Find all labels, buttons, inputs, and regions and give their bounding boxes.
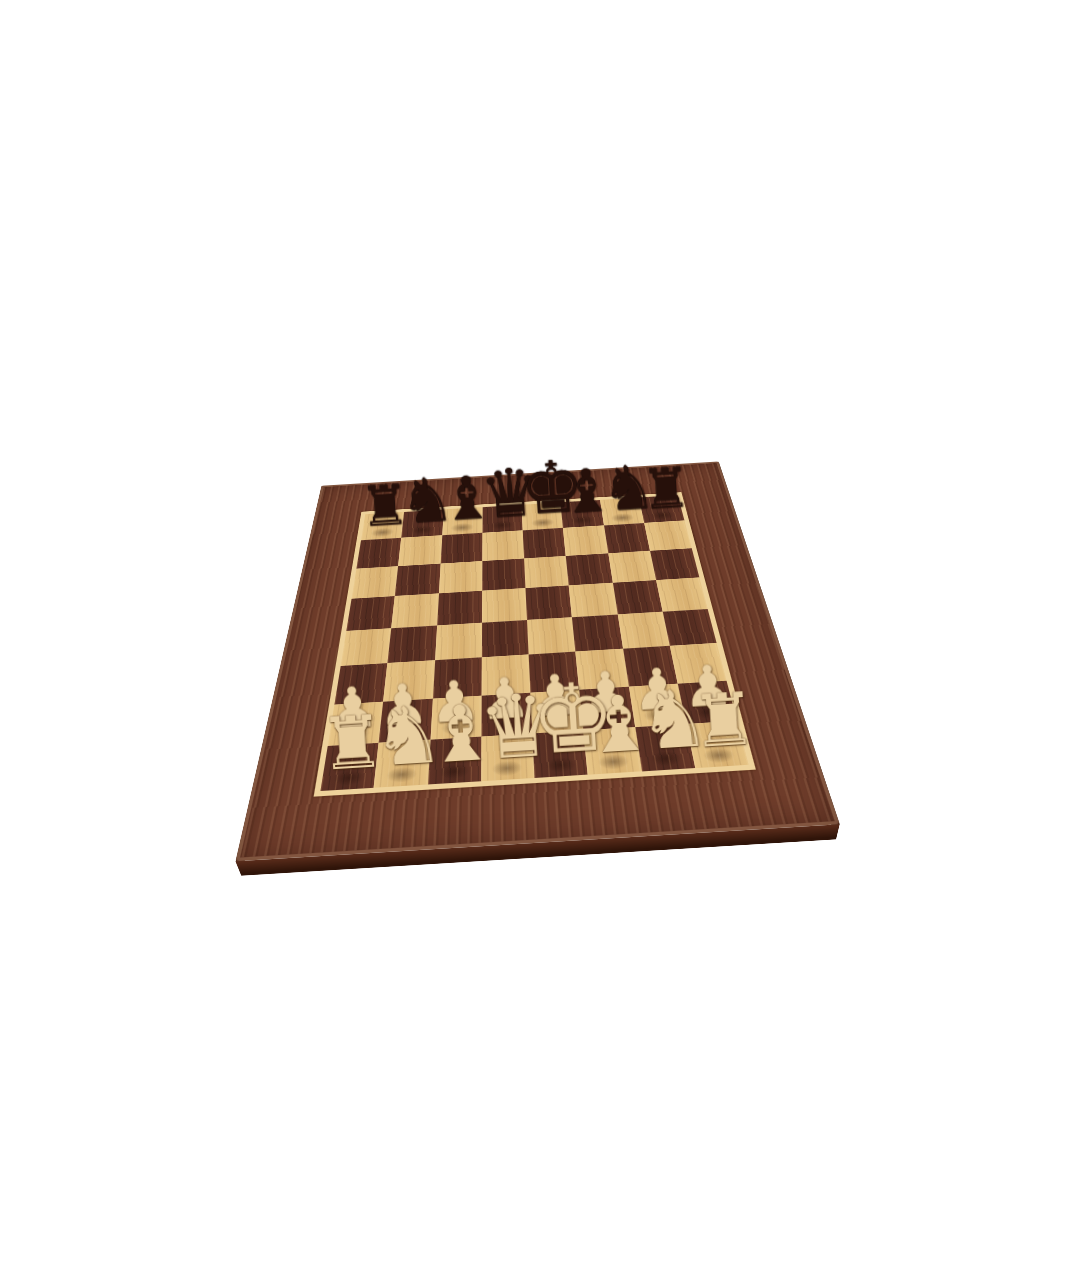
- square-f6[interactable]: [566, 553, 612, 585]
- board-inner-trim: ♜♞♝♛♚♝♞♜♟♟♟♟♟♟♟♟♜♞♝♛♚♝♞♜: [314, 492, 756, 796]
- square-b7[interactable]: [398, 535, 442, 565]
- white-queen[interactable]: ♛: [476, 682, 534, 772]
- square-g5[interactable]: [612, 580, 662, 615]
- white-rook[interactable]: ♜: [689, 683, 746, 759]
- square-g8[interactable]: ♞: [600, 498, 644, 526]
- board-right-edge: [717, 461, 839, 839]
- chess-board: ♜♞♝♛♚♝♞♜♟♟♟♟♟♟♟♟♜♞♝♛♚♝♞♜: [236, 461, 840, 861]
- white-bishop[interactable]: ♝: [582, 685, 640, 766]
- white-knight[interactable]: ♞: [635, 679, 693, 762]
- white-king[interactable]: ♚: [528, 672, 587, 769]
- black-bishop[interactable]: ♝: [439, 469, 483, 530]
- black-rook[interactable]: ♜: [640, 460, 684, 517]
- square-a8[interactable]: ♜: [361, 512, 404, 541]
- square-g7[interactable]: [604, 523, 650, 553]
- square-h1[interactable]: ♜: [686, 721, 749, 768]
- chess-photo-scene: ♜♞♝♛♚♝♞♜♟♟♟♟♟♟♟♟♜♞♝♛♚♝♞♜: [0, 0, 1085, 1280]
- square-a1[interactable]: ♜: [320, 743, 378, 791]
- black-rook[interactable]: ♜: [359, 478, 403, 535]
- square-d4[interactable]: [482, 620, 529, 658]
- square-f5[interactable]: [569, 583, 617, 618]
- square-g6[interactable]: [608, 550, 656, 582]
- square-b4[interactable]: [388, 626, 437, 664]
- square-f4[interactable]: [572, 614, 622, 651]
- square-h6[interactable]: [650, 548, 700, 580]
- board-left-edge: [236, 486, 325, 876]
- square-a7[interactable]: [356, 538, 401, 568]
- square-f1[interactable]: ♝: [584, 727, 642, 775]
- square-g4[interactable]: [617, 612, 669, 649]
- square-b8[interactable]: ♞: [401, 509, 443, 537]
- square-f8[interactable]: ♝: [561, 500, 604, 528]
- square-c1[interactable]: ♝: [427, 736, 481, 784]
- square-e4[interactable]: [527, 617, 576, 654]
- square-a5[interactable]: [346, 596, 395, 631]
- square-b6[interactable]: [395, 563, 440, 596]
- white-rook[interactable]: ♜: [318, 706, 375, 782]
- square-a6[interactable]: [352, 566, 399, 599]
- square-e7[interactable]: [523, 528, 566, 558]
- square-d1[interactable]: ♛: [481, 733, 535, 781]
- square-d6[interactable]: [482, 558, 525, 590]
- black-knight[interactable]: ♞: [398, 470, 442, 533]
- square-e1[interactable]: ♚: [532, 730, 588, 778]
- white-knight[interactable]: ♞: [370, 695, 428, 778]
- perspective-wrapper: ♜♞♝♛♚♝♞♜♟♟♟♟♟♟♟♟♜♞♝♛♚♝♞♜: [0, 0, 1085, 1280]
- board-front-edge: [236, 824, 840, 875]
- square-a4[interactable]: [341, 628, 392, 666]
- black-knight[interactable]: ♞: [599, 458, 643, 521]
- square-c5[interactable]: [437, 591, 482, 626]
- board-grid: ♜♞♝♛♚♝♞♜♟♟♟♟♟♟♟♟♜♞♝♛♚♝♞♜: [320, 495, 748, 791]
- square-c4[interactable]: [435, 623, 482, 661]
- square-c7[interactable]: [440, 533, 482, 563]
- square-b1[interactable]: ♞: [374, 739, 430, 787]
- square-e8[interactable]: ♚: [522, 502, 564, 530]
- square-c6[interactable]: [439, 561, 483, 594]
- square-h8[interactable]: ♜: [639, 495, 685, 523]
- square-g1[interactable]: ♞: [635, 724, 695, 772]
- square-h5[interactable]: [656, 577, 708, 611]
- square-d8[interactable]: ♛: [482, 505, 522, 533]
- square-h7[interactable]: [644, 521, 692, 551]
- black-bishop[interactable]: ♝: [559, 462, 603, 523]
- square-b5[interactable]: [392, 593, 439, 628]
- square-f7[interactable]: [563, 526, 608, 556]
- black-queen[interactable]: ♛: [478, 460, 522, 528]
- black-king[interactable]: ♚: [518, 452, 562, 525]
- square-e6[interactable]: [524, 556, 569, 588]
- square-e5[interactable]: [525, 585, 572, 620]
- square-c8[interactable]: ♝: [442, 507, 483, 535]
- square-d5[interactable]: [482, 588, 527, 623]
- square-d7[interactable]: [482, 531, 524, 561]
- square-h4[interactable]: [662, 609, 716, 646]
- white-bishop[interactable]: ♝: [423, 695, 481, 776]
